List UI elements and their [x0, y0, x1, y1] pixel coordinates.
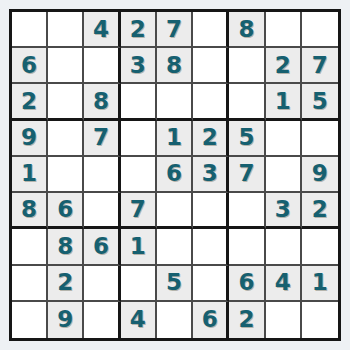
cell-r8c9[interactable]: 1 [302, 266, 338, 302]
cell-r9c9[interactable] [302, 302, 338, 338]
cell-r6c1[interactable]: 8 [12, 193, 48, 229]
cell-r6c8[interactable]: 3 [266, 193, 302, 229]
cell-r7c1[interactable] [12, 229, 48, 265]
cell-r9c7[interactable]: 2 [229, 302, 265, 338]
cell-r8c6[interactable] [193, 266, 229, 302]
cell-r9c3[interactable] [84, 302, 120, 338]
cell-r3c9[interactable]: 5 [302, 84, 338, 120]
cell-r4c3[interactable]: 7 [84, 121, 120, 157]
cell-r5c2[interactable] [48, 157, 84, 193]
cell-r1c3[interactable]: 4 [84, 12, 120, 48]
cell-r9c1[interactable] [12, 302, 48, 338]
cell-r2c6[interactable] [193, 48, 229, 84]
cell-r7c7[interactable] [229, 229, 265, 265]
cell-r8c7[interactable]: 6 [229, 266, 265, 302]
cell-r6c5[interactable] [157, 193, 193, 229]
cell-r8c2[interactable]: 2 [48, 266, 84, 302]
cell-r4c8[interactable] [266, 121, 302, 157]
cell-r5c7[interactable]: 7 [229, 157, 265, 193]
cell-r4c7[interactable]: 5 [229, 121, 265, 157]
cell-r1c5[interactable]: 7 [157, 12, 193, 48]
cell-r5c8[interactable] [266, 157, 302, 193]
cell-r3c2[interactable] [48, 84, 84, 120]
cell-r2c5[interactable]: 8 [157, 48, 193, 84]
cell-r8c1[interactable] [12, 266, 48, 302]
cell-r8c8[interactable]: 4 [266, 266, 302, 302]
cell-r7c8[interactable] [266, 229, 302, 265]
cell-r4c5[interactable]: 1 [157, 121, 193, 157]
cell-r1c2[interactable] [48, 12, 84, 48]
cell-r3c4[interactable] [121, 84, 157, 120]
cell-r9c2[interactable]: 9 [48, 302, 84, 338]
cell-r3c7[interactable] [229, 84, 265, 120]
page-background: 4278638272815971251637986732861256419462 [0, 0, 350, 350]
cell-r4c2[interactable] [48, 121, 84, 157]
cell-r6c9[interactable]: 2 [302, 193, 338, 229]
cell-r7c2[interactable]: 8 [48, 229, 84, 265]
cell-r4c1[interactable]: 9 [12, 121, 48, 157]
cell-r5c9[interactable]: 9 [302, 157, 338, 193]
cell-r4c9[interactable] [302, 121, 338, 157]
cell-r8c5[interactable]: 5 [157, 266, 193, 302]
cell-r3c6[interactable] [193, 84, 229, 120]
cell-r2c7[interactable] [229, 48, 265, 84]
cell-r7c5[interactable] [157, 229, 193, 265]
cell-r9c8[interactable] [266, 302, 302, 338]
cell-r1c7[interactable]: 8 [229, 12, 265, 48]
cell-r7c3[interactable]: 6 [84, 229, 120, 265]
cell-r5c4[interactable] [121, 157, 157, 193]
cell-r7c6[interactable] [193, 229, 229, 265]
cell-r5c3[interactable] [84, 157, 120, 193]
cell-r1c1[interactable] [12, 12, 48, 48]
cell-r2c8[interactable]: 2 [266, 48, 302, 84]
cell-r1c9[interactable] [302, 12, 338, 48]
cell-r2c3[interactable] [84, 48, 120, 84]
cell-r7c4[interactable]: 1 [121, 229, 157, 265]
cell-r9c6[interactable]: 6 [193, 302, 229, 338]
sudoku-board: 4278638272815971251637986732861256419462 [9, 9, 341, 341]
cell-r1c8[interactable] [266, 12, 302, 48]
cell-r1c4[interactable]: 2 [121, 12, 157, 48]
cell-r9c5[interactable] [157, 302, 193, 338]
cell-r4c6[interactable]: 2 [193, 121, 229, 157]
cell-r3c5[interactable] [157, 84, 193, 120]
cell-r5c1[interactable]: 1 [12, 157, 48, 193]
cell-r2c4[interactable]: 3 [121, 48, 157, 84]
cell-r8c4[interactable] [121, 266, 157, 302]
cell-r3c3[interactable]: 8 [84, 84, 120, 120]
cell-r6c2[interactable]: 6 [48, 193, 84, 229]
cell-r5c5[interactable]: 6 [157, 157, 193, 193]
cell-r5c6[interactable]: 3 [193, 157, 229, 193]
cell-r9c4[interactable]: 4 [121, 302, 157, 338]
cell-r4c4[interactable] [121, 121, 157, 157]
cell-r7c9[interactable] [302, 229, 338, 265]
cell-r6c4[interactable]: 7 [121, 193, 157, 229]
cell-r6c6[interactable] [193, 193, 229, 229]
cell-r2c9[interactable]: 7 [302, 48, 338, 84]
cell-r2c1[interactable]: 6 [12, 48, 48, 84]
cell-r3c8[interactable]: 1 [266, 84, 302, 120]
cell-r6c7[interactable] [229, 193, 265, 229]
cell-r6c3[interactable] [84, 193, 120, 229]
cell-r2c2[interactable] [48, 48, 84, 84]
cell-r3c1[interactable]: 2 [12, 84, 48, 120]
cell-r1c6[interactable] [193, 12, 229, 48]
cell-r8c3[interactable] [84, 266, 120, 302]
